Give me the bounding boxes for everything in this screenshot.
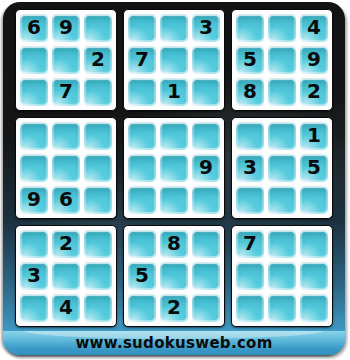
site-url-link[interactable]: www.sudokusweb.com [75, 334, 272, 352]
given-digit: 8 [167, 233, 181, 253]
cell-r3c1[interactable] [20, 78, 48, 106]
cell-r3c8[interactable] [268, 78, 296, 106]
cell-r4c8[interactable] [268, 122, 296, 150]
cell-r7c3[interactable] [84, 230, 112, 258]
given-digit: 9 [307, 49, 321, 69]
given-digit: 1 [167, 81, 181, 101]
given-digit: 2 [307, 81, 321, 101]
cell-r9c1[interactable] [20, 294, 48, 322]
block-3-3: 7 [231, 225, 333, 327]
block-3-2: 852 [123, 225, 225, 327]
cell-r9c8[interactable] [268, 294, 296, 322]
cell-r8c5[interactable] [160, 262, 188, 290]
cell-r4c1[interactable] [20, 122, 48, 150]
board-frame: 6927371459829691352348527 www.sudokusweb… [3, 2, 345, 355]
given-digit: 7 [243, 233, 257, 253]
cell-r6c9[interactable] [300, 186, 328, 214]
cell-r6c2[interactable]: 6 [52, 186, 80, 214]
cell-r8c4[interactable]: 5 [128, 262, 156, 290]
given-digit: 2 [91, 49, 105, 69]
cell-r5c6[interactable]: 9 [192, 154, 220, 182]
cell-r5c4[interactable] [128, 154, 156, 182]
block-1-1: 6927 [15, 9, 117, 111]
block-2-3: 135 [231, 117, 333, 219]
given-digit: 3 [27, 265, 41, 285]
cell-r3c6[interactable] [192, 78, 220, 106]
cell-r3c9[interactable]: 2 [300, 78, 328, 106]
cell-r7c5[interactable]: 8 [160, 230, 188, 258]
cell-r6c8[interactable] [268, 186, 296, 214]
cell-r8c3[interactable] [84, 262, 112, 290]
given-digit: 7 [135, 49, 149, 69]
sudoku-board: 6927371459829691352348527 [15, 9, 333, 327]
given-digit: 9 [199, 157, 213, 177]
cell-r1c9[interactable]: 4 [300, 14, 328, 42]
cell-r2c9[interactable]: 9 [300, 46, 328, 74]
sudoku-widget: 6927371459829691352348527 www.sudokusweb… [0, 0, 350, 360]
cell-r5c1[interactable] [20, 154, 48, 182]
cell-r1c6[interactable]: 3 [192, 14, 220, 42]
given-digit: 5 [135, 265, 149, 285]
cell-r4c5[interactable] [160, 122, 188, 150]
cell-r5c9[interactable]: 5 [300, 154, 328, 182]
cell-r8c1[interactable]: 3 [20, 262, 48, 290]
cell-r1c3[interactable] [84, 14, 112, 42]
cell-r3c4[interactable] [128, 78, 156, 106]
given-digit: 7 [59, 81, 73, 101]
cell-r3c2[interactable]: 7 [52, 78, 80, 106]
given-digit: 9 [59, 17, 73, 37]
cell-r2c1[interactable] [20, 46, 48, 74]
cell-r4c3[interactable] [84, 122, 112, 150]
cell-r1c1[interactable]: 6 [20, 14, 48, 42]
cell-r3c7[interactable]: 8 [236, 78, 264, 106]
cell-r2c8[interactable] [268, 46, 296, 74]
given-digit: 3 [199, 17, 213, 37]
cell-r7c8[interactable] [268, 230, 296, 258]
cell-r2c4[interactable]: 7 [128, 46, 156, 74]
cell-r8c7[interactable] [236, 262, 264, 290]
cell-r8c6[interactable] [192, 262, 220, 290]
given-digit: 8 [243, 81, 257, 101]
block-2-1: 96 [15, 117, 117, 219]
given-digit: 9 [27, 189, 41, 209]
cell-r5c7[interactable]: 3 [236, 154, 264, 182]
cell-r8c8[interactable] [268, 262, 296, 290]
cell-r6c5[interactable] [160, 186, 188, 214]
cell-r7c9[interactable] [300, 230, 328, 258]
cell-r5c5[interactable] [160, 154, 188, 182]
cell-r6c6[interactable] [192, 186, 220, 214]
cell-r7c2[interactable]: 2 [52, 230, 80, 258]
given-digit: 6 [59, 189, 73, 209]
cell-r6c3[interactable] [84, 186, 112, 214]
cell-r4c7[interactable] [236, 122, 264, 150]
cell-r6c4[interactable] [128, 186, 156, 214]
cell-r1c7[interactable] [236, 14, 264, 42]
given-digit: 5 [243, 49, 257, 69]
cell-r2c7[interactable]: 5 [236, 46, 264, 74]
cell-r1c5[interactable] [160, 14, 188, 42]
cell-r1c4[interactable] [128, 14, 156, 42]
cell-r9c3[interactable] [84, 294, 112, 322]
cell-r2c6[interactable] [192, 46, 220, 74]
given-digit: 6 [27, 17, 41, 37]
cell-r9c5[interactable]: 2 [160, 294, 188, 322]
cell-r1c2[interactable]: 9 [52, 14, 80, 42]
cell-r5c3[interactable] [84, 154, 112, 182]
block-1-2: 371 [123, 9, 225, 111]
cell-r9c4[interactable] [128, 294, 156, 322]
cell-r6c7[interactable] [236, 186, 264, 214]
given-digit: 4 [59, 297, 73, 317]
footer-bar: www.sudokusweb.com [3, 331, 345, 355]
cell-r7c1[interactable] [20, 230, 48, 258]
cell-r4c2[interactable] [52, 122, 80, 150]
given-digit: 4 [307, 17, 321, 37]
given-digit: 5 [307, 157, 321, 177]
given-digit: 2 [167, 297, 181, 317]
cell-r3c3[interactable] [84, 78, 112, 106]
cell-r1c8[interactable] [268, 14, 296, 42]
cell-r9c7[interactable] [236, 294, 264, 322]
cell-r7c7[interactable]: 7 [236, 230, 264, 258]
given-digit: 1 [307, 125, 321, 145]
cell-r5c8[interactable] [268, 154, 296, 182]
cell-r9c6[interactable] [192, 294, 220, 322]
block-3-1: 234 [15, 225, 117, 327]
cell-r9c2[interactable]: 4 [52, 294, 80, 322]
cell-r4c4[interactable] [128, 122, 156, 150]
cell-r4c6[interactable] [192, 122, 220, 150]
cell-r4c9[interactable]: 1 [300, 122, 328, 150]
cell-r6c1[interactable]: 9 [20, 186, 48, 214]
cell-r2c5[interactable] [160, 46, 188, 74]
block-1-3: 45982 [231, 9, 333, 111]
cell-r5c2[interactable] [52, 154, 80, 182]
cell-r7c6[interactable] [192, 230, 220, 258]
block-2-2: 9 [123, 117, 225, 219]
cell-r3c5[interactable]: 1 [160, 78, 188, 106]
cell-r8c9[interactable] [300, 262, 328, 290]
cell-r2c3[interactable]: 2 [84, 46, 112, 74]
cell-r8c2[interactable] [52, 262, 80, 290]
cell-r9c9[interactable] [300, 294, 328, 322]
given-digit: 3 [243, 157, 257, 177]
given-digit: 2 [59, 233, 73, 253]
cell-r7c4[interactable] [128, 230, 156, 258]
cell-r2c2[interactable] [52, 46, 80, 74]
